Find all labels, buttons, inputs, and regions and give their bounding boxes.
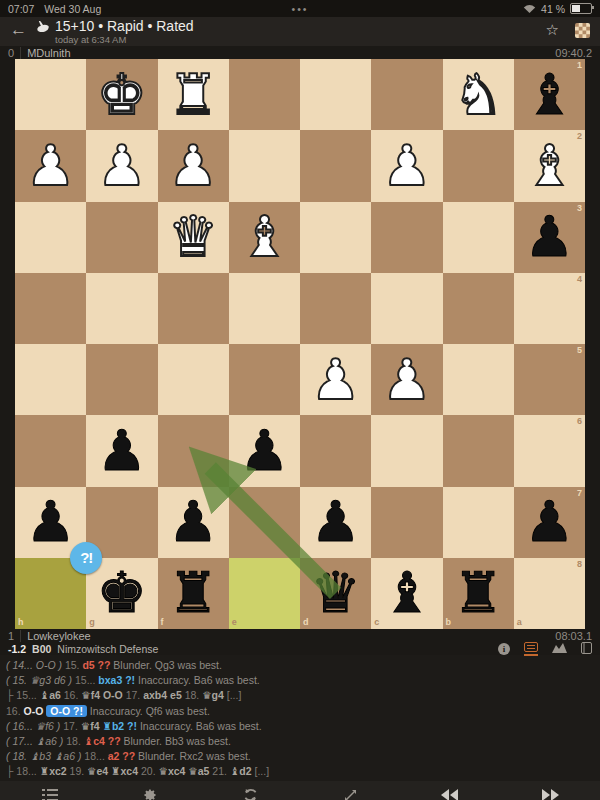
book-icon[interactable]	[581, 642, 592, 656]
fast-forward-icon[interactable]	[530, 789, 570, 800]
rewind-icon[interactable]	[430, 789, 470, 800]
square-c5[interactable]: ♟	[371, 344, 442, 415]
square-g1[interactable]: ♚	[86, 59, 157, 130]
move-segment: Inaccuracy. Ba6 was best.	[135, 674, 260, 686]
square-c3[interactable]	[371, 202, 442, 273]
square-c1[interactable]	[371, 59, 442, 130]
back-button[interactable]: ←	[10, 20, 36, 40]
move-segment[interactable]: 16.	[61, 689, 81, 701]
square-d1[interactable]	[300, 59, 371, 130]
move-segment[interactable]: ♛f4 O-O	[81, 689, 123, 701]
square-b2[interactable]	[443, 130, 514, 201]
black-pawn: ♟	[311, 494, 361, 550]
player-bottom-clock: 08:03.1	[555, 630, 592, 642]
move-segment[interactable]: 18.	[63, 735, 83, 747]
black-pawn: ♟	[524, 209, 574, 265]
status-time: 07:07	[8, 3, 34, 15]
square-c8[interactable]: ♝c	[371, 558, 442, 629]
square-g3[interactable]	[86, 202, 157, 273]
move-segment[interactable]: bxa3 ?!	[98, 674, 135, 686]
file-label: g	[89, 618, 95, 627]
file-label: e	[232, 618, 237, 627]
square-c7[interactable]	[371, 487, 442, 558]
black-pawn: ♟	[524, 494, 574, 550]
player-bottom-score: 1	[8, 630, 21, 642]
square-c6[interactable]	[371, 415, 442, 486]
chess-board[interactable]: ♚♜♞♝1♟♟♟♟♝2♛♝♟34♟♟5♟♟6♟♟♟♟7h♚g♜fe♛d♝c♜b8…	[15, 59, 585, 629]
move-segment[interactable]: 18...	[81, 750, 107, 762]
square-e8[interactable]: e	[229, 558, 300, 629]
status-bar: 07:07 Wed 30 Aug ••• 41 %	[0, 0, 600, 17]
white-pawn: ♟	[311, 352, 361, 408]
square-d2[interactable]	[300, 130, 371, 201]
move-segment[interactable]: 16.	[6, 705, 24, 717]
square-h6[interactable]	[15, 415, 86, 486]
square-b7[interactable]	[443, 487, 514, 558]
board-thumbnail-icon[interactable]	[575, 23, 590, 38]
player-row-top: 0 MDulnith 09:40.2	[0, 46, 600, 59]
square-c4[interactable]	[371, 273, 442, 344]
file-label: c	[374, 618, 379, 627]
square-b5[interactable]	[443, 344, 514, 415]
square-b4[interactable]	[443, 273, 514, 344]
lichess-analysis-screen: 07:07 Wed 30 Aug ••• 41 % ← 15+10 • Rapi…	[0, 0, 600, 800]
square-e2[interactable]	[229, 130, 300, 201]
rank-label: 3	[577, 204, 582, 213]
move-segment: Inaccuracy. Qf6 was best.	[87, 705, 210, 717]
move-segment[interactable]: O-O	[24, 705, 47, 717]
rank-label: 6	[577, 417, 582, 426]
eco-code: B00	[32, 643, 51, 655]
move-list-line[interactable]: ( 18. ♝b3 ♝a6 ) 18... a2 ?? Blunder. Rxc…	[6, 749, 600, 764]
move-segment[interactable]: [...]	[252, 765, 270, 777]
move-segment[interactable]: ( 15. ♛g3 d6 )	[6, 674, 72, 686]
move-segment[interactable]: 17.	[60, 720, 80, 732]
move-segment[interactable]: 19.	[67, 765, 87, 777]
move-list-line[interactable]: ( 16... ♛f6 ) 17. ♛f4 ♜b2 ?! Inaccuracy.…	[6, 719, 600, 734]
square-e1[interactable]	[229, 59, 300, 130]
black-rook: ♜	[168, 565, 218, 621]
movelist-tab-icon[interactable]	[524, 642, 538, 656]
white-bishop: ♝	[524, 138, 574, 194]
game-date: today at 6:34 AM	[55, 35, 546, 45]
move-segment[interactable]: a2 ??	[108, 750, 135, 762]
black-pawn: ♟	[239, 423, 289, 479]
square-d8[interactable]: ♛d	[300, 558, 371, 629]
square-d3[interactable]	[300, 202, 371, 273]
square-a5[interactable]: 5	[514, 344, 585, 415]
star-icon[interactable]: ☆	[546, 21, 559, 39]
move-segment[interactable]: ( 18. ♝b3 ♝a6 )	[6, 750, 81, 762]
square-b8[interactable]: ♜b	[443, 558, 514, 629]
black-bishop: ♝	[524, 67, 574, 123]
move-segment[interactable]: 20.	[138, 765, 158, 777]
square-g2[interactable]: ♟	[86, 130, 157, 201]
square-c2[interactable]: ♟	[371, 130, 442, 201]
settings-gear-icon[interactable]	[130, 788, 170, 800]
white-pawn: ♟	[168, 138, 218, 194]
move-segment: ├	[6, 689, 16, 701]
square-g5[interactable]	[86, 344, 157, 415]
white-queen: ♛	[168, 209, 218, 265]
move-segment[interactable]: ♜b2 ?!	[102, 720, 137, 732]
move-list-line[interactable]: ├ 18... ♜xc2 19. ♛e4 ♜xc4 20. ♛xc4 ♛a5 2…	[6, 764, 600, 779]
black-pawn: ♟	[26, 494, 76, 550]
wifi-icon	[523, 4, 536, 14]
file-label: b	[446, 618, 452, 627]
square-f7[interactable]: ♟	[158, 487, 229, 558]
square-d4[interactable]	[300, 273, 371, 344]
bottom-nav-bar	[0, 781, 600, 800]
black-bishop: ♝	[382, 565, 432, 621]
square-d6[interactable]	[300, 415, 371, 486]
square-f1[interactable]: ♜	[158, 59, 229, 130]
rank-label: 8	[577, 560, 582, 569]
square-a4[interactable]: 4	[514, 273, 585, 344]
square-a1[interactable]: ♝1	[514, 59, 585, 130]
black-rook: ♜	[453, 565, 503, 621]
white-king: ♚	[97, 67, 147, 123]
move-segment[interactable]: ♛g4	[202, 689, 224, 701]
square-f2[interactable]: ♟	[158, 130, 229, 201]
move-segment[interactable]: ♛xc4 ♛a5	[158, 765, 209, 777]
player-row-bottom: 1 Lowkeylokee 08:03.1	[0, 629, 600, 642]
square-h3[interactable]	[15, 202, 86, 273]
move-segment: Inaccuracy. Ba6 was best.	[137, 720, 262, 732]
player-top-name: MDulnith	[21, 47, 555, 59]
white-bishop: ♝	[239, 209, 289, 265]
move-segment[interactable]: axb4 e5	[143, 689, 182, 701]
game-title: 15+10 • Rapid • Rated	[55, 19, 194, 34]
square-f8[interactable]: ♜f	[158, 558, 229, 629]
square-a8[interactable]: 8a	[514, 558, 585, 629]
move-segment[interactable]: ♛e4 ♜xc4	[87, 765, 138, 777]
square-f5[interactable]	[158, 344, 229, 415]
move-segment[interactable]: [...]	[224, 689, 242, 701]
move-segment[interactable]: 21.	[209, 765, 229, 777]
move-list-line[interactable]: ( 15. ♛g3 d6 ) 15... bxa3 ?! Inaccuracy.…	[6, 673, 600, 688]
player-bottom-name: Lowkeylokee	[21, 630, 555, 642]
square-h4[interactable]	[15, 273, 86, 344]
move-segment: Blunder. Qg3 was best.	[110, 659, 221, 671]
chart-icon[interactable]	[552, 642, 567, 655]
rapid-rabbit-icon	[36, 20, 50, 33]
move-segment[interactable]: ♝d2	[230, 765, 252, 777]
opening-name: Nimzowitsch Defense	[57, 643, 492, 655]
square-e7[interactable]	[229, 487, 300, 558]
battery-percent: 41 %	[541, 3, 565, 15]
move-segment[interactable]: ( 14... O-O )	[6, 659, 62, 671]
square-a7[interactable]: ♟7	[514, 487, 585, 558]
black-pawn: ♟	[168, 494, 218, 550]
move-segment[interactable]: ♝a6	[40, 689, 61, 701]
square-f6[interactable]	[158, 415, 229, 486]
square-f4[interactable]	[158, 273, 229, 344]
status-menu-dots: •••	[208, 3, 392, 15]
move-list-icon[interactable]	[30, 789, 70, 800]
white-pawn: ♟	[26, 138, 76, 194]
file-label: a	[517, 618, 522, 627]
white-pawn: ♟	[382, 352, 432, 408]
move-annotation-badge: ?!	[70, 542, 102, 574]
black-queen: ♛	[311, 565, 361, 621]
app-bar: ← 15+10 • Rapid • Rated today at 6:34 AM…	[0, 17, 600, 46]
black-pawn: ♟	[97, 423, 147, 479]
square-a6[interactable]: 6	[514, 415, 585, 486]
square-h2[interactable]: ♟	[15, 130, 86, 201]
move-segment[interactable]: 18.	[182, 689, 202, 701]
move-list-line[interactable]: 16. O-O O-O ?! Inaccuracy. Qf6 was best.	[6, 704, 600, 719]
square-g6[interactable]: ♟	[86, 415, 157, 486]
info-icon[interactable]: i	[498, 643, 510, 655]
move-segment: Blunder. Rxc2 was best.	[135, 750, 251, 762]
rank-label: 7	[577, 489, 582, 498]
move-list-line[interactable]: ( 17... ♝a6 ) 18. ♝c4 ?? Blunder. Bb3 wa…	[6, 734, 600, 749]
square-b6[interactable]	[443, 415, 514, 486]
status-date: Wed 30 Aug	[44, 3, 101, 15]
move-segment[interactable]: ( 17... ♝a6 )	[6, 735, 63, 747]
file-label: d	[303, 618, 309, 627]
move-segment: ├	[6, 765, 16, 777]
player-top-clock: 09:40.2	[555, 47, 592, 59]
square-b3[interactable]	[443, 202, 514, 273]
move-segment[interactable]: 18...	[16, 765, 39, 777]
move-segment: Blunder. Bb3 was best.	[121, 735, 231, 747]
move-list[interactable]: ( 14... O-O ) 15. d5 ?? Blunder. Qg3 was…	[0, 655, 600, 781]
move-segment[interactable]: ♛f4	[81, 720, 103, 732]
move-segment[interactable]: 15...	[16, 689, 39, 701]
square-a3[interactable]: ♟3	[514, 202, 585, 273]
move-list-line[interactable]: ├ 15... ♝a6 16. ♛f4 O-O 17. axb4 e5 18. …	[6, 688, 600, 703]
square-e6[interactable]: ♟	[229, 415, 300, 486]
square-g4[interactable]	[86, 273, 157, 344]
rank-label: 4	[577, 275, 582, 284]
analysis-bar: -1.2 B00 Nimzowitsch Defense i	[0, 642, 600, 655]
white-pawn: ♟	[382, 138, 432, 194]
flip-board-icon[interactable]	[230, 788, 270, 800]
white-rook: ♜	[168, 67, 218, 123]
move-segment[interactable]: ♜xc2	[40, 765, 67, 777]
resize-icon[interactable]	[330, 789, 370, 800]
file-label: h	[18, 618, 24, 627]
white-knight: ♞	[453, 67, 503, 123]
eval-score: -1.2	[8, 643, 26, 655]
rank-label: 1	[577, 61, 582, 70]
square-b1[interactable]: ♞	[443, 59, 514, 130]
square-h1[interactable]	[15, 59, 86, 130]
move-segment[interactable]: ♝c4 ??	[84, 735, 121, 747]
square-e3[interactable]: ♝	[229, 202, 300, 273]
file-label: f	[161, 618, 164, 627]
move-list-line[interactable]: ( 14... O-O ) 15. d5 ?? Blunder. Qg3 was…	[6, 658, 600, 673]
black-king: ♚	[97, 565, 147, 621]
selected-move[interactable]: O-O ?!	[46, 705, 87, 717]
white-pawn: ♟	[97, 138, 147, 194]
rank-label: 5	[577, 346, 582, 355]
square-h5[interactable]	[15, 344, 86, 415]
move-segment[interactable]: 17.	[123, 689, 143, 701]
square-a2[interactable]: ♝2	[514, 130, 585, 201]
move-segment[interactable]: 15.	[62, 659, 82, 671]
square-d7[interactable]: ♟	[300, 487, 371, 558]
square-e4[interactable]	[229, 273, 300, 344]
square-e5[interactable]	[229, 344, 300, 415]
rank-label: 2	[577, 132, 582, 141]
square-f3[interactable]: ♛	[158, 202, 229, 273]
move-segment[interactable]: ( 16... ♛f6 )	[6, 720, 60, 732]
move-segment[interactable]: d5 ??	[82, 659, 110, 671]
player-top-score: 0	[8, 47, 21, 59]
square-d5[interactable]: ♟	[300, 344, 371, 415]
battery-icon	[570, 3, 592, 14]
move-segment[interactable]: 15...	[72, 674, 98, 686]
